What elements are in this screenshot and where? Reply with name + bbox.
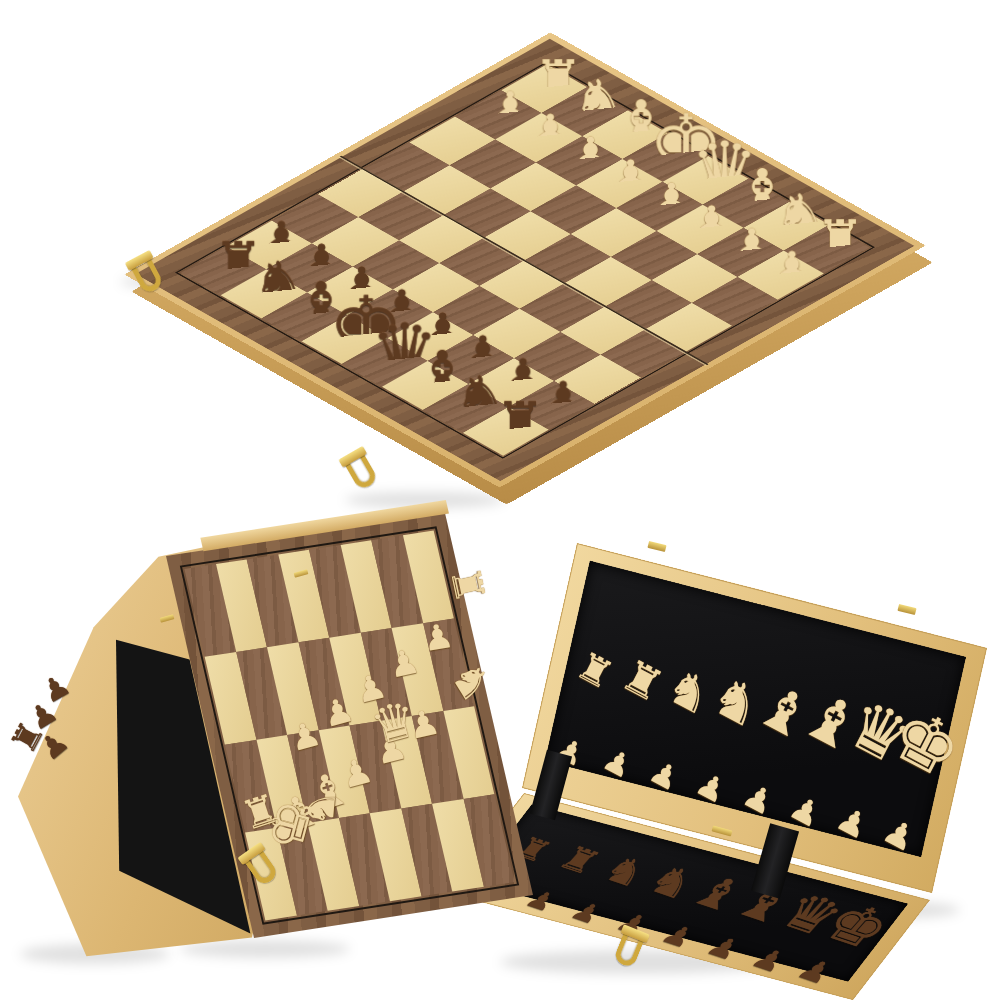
tent-light-pawn-4: ♟ bbox=[319, 692, 357, 733]
board-grid: ♜♞♝♚♛♝♞♜♟♟♟♟♟♟♟♟♟♟♟♟♟♟♟♟♜♞♝♚♛♝♞♜ bbox=[181, 64, 870, 455]
tray-lt-pawn-6: ♟ bbox=[784, 789, 826, 833]
tent-light-rook-9: ♜ bbox=[445, 563, 492, 606]
tent-light-pawn-5: ♟ bbox=[286, 716, 324, 757]
tray-lt-pawn-4: ♟ bbox=[691, 767, 732, 809]
tent-light-pawn-2: ♟ bbox=[386, 643, 423, 683]
tray-dk-pawn-6: ♟ bbox=[701, 932, 747, 964]
tray-lt-pawn-5: ♟ bbox=[738, 778, 779, 821]
tray-dk-pawn-5: ♟ bbox=[656, 921, 701, 952]
tray-dk-pawn-7: ♟ bbox=[746, 944, 793, 977]
tray-dk-pawn-8: ♟ bbox=[791, 955, 839, 988]
tent-light-knight-10: ♞ bbox=[443, 655, 499, 709]
chess-board: ♜♞♝♚♛♝♞♜♟♟♟♟♟♟♟♟♟♟♟♟♟♟♟♟♜♞♝♚♛♝♞♜ bbox=[124, 32, 925, 487]
tray-lt-pawn-3: ♟ bbox=[644, 755, 684, 796]
main-chess-board-view: ♜♞♝♚♛♝♞♜♟♟♟♟♟♟♟♟♟♟♟♟♟♟♟♟♜♞♝♚♛♝♞♜ bbox=[240, 0, 810, 545]
tent-light-pawn-1: ♟ bbox=[420, 618, 456, 657]
tray-lt-pawn-8: ♟ bbox=[878, 812, 922, 857]
tray-lt-pawn-7: ♟ bbox=[831, 801, 874, 845]
tent-pieces-layer: ♟♟♟♟♟♟♟♟♜♞♛♝♝♞♚♜♟♟♜♟ bbox=[0, 500, 640, 1000]
